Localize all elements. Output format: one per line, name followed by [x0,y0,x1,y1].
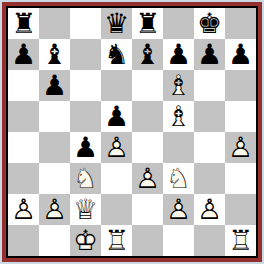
white-pawn-outline-glyph: ♙ [8,194,39,225]
square-f5[interactable]: ♝♗ [163,101,194,132]
black-bishop-b7: ♝ [39,39,70,70]
square-c6[interactable] [70,70,101,101]
black-pawn-glyph: ♟ [163,39,194,70]
black-king-g8: ♚ [194,8,225,39]
square-g5[interactable] [194,101,225,132]
square-a7[interactable]: ♟ [8,39,39,70]
white-pawn-outline-glyph: ♙ [194,194,225,225]
square-g7[interactable]: ♟ [194,39,225,70]
white-pawn-d4: ♟♙ [101,132,132,163]
black-pawn-glyph: ♟ [8,39,39,70]
square-a1[interactable] [8,225,39,256]
black-pawn-glyph: ♟ [225,39,256,70]
square-d1[interactable]: ♜♖ [101,225,132,256]
white-pawn-g2: ♟♙ [194,194,225,225]
square-c8[interactable] [70,8,101,39]
square-d5[interactable]: ♟ [101,101,132,132]
board-outer-edge: ♜♛♜♚♟♝♞♝♟♟♟♟♝♗♟♝♗♟♟♙♟♙♞♘♟♙♞♘♟♙♟♙♛♕♟♙♟♙♚♔… [0,0,264,264]
square-f7[interactable]: ♟ [163,39,194,70]
square-b4[interactable] [39,132,70,163]
black-pawn-d5: ♟ [101,101,132,132]
square-b3[interactable] [39,163,70,194]
white-rook-h1: ♜♖ [225,225,256,256]
square-b6[interactable]: ♟ [39,70,70,101]
square-a8[interactable]: ♜ [8,8,39,39]
square-c2[interactable]: ♛♕ [70,194,101,225]
white-pawn-h4: ♟♙ [225,132,256,163]
white-knight-outline-glyph: ♘ [70,163,101,194]
white-queen-c2: ♛♕ [70,194,101,225]
square-g3[interactable] [194,163,225,194]
square-b5[interactable] [39,101,70,132]
square-a3[interactable] [8,163,39,194]
white-bishop-outline-glyph: ♗ [163,101,194,132]
chess-board: ♜♛♜♚♟♝♞♝♟♟♟♟♝♗♟♝♗♟♟♙♟♙♞♘♟♙♞♘♟♙♟♙♛♕♟♙♟♙♚♔… [8,8,256,256]
black-knight-glyph: ♞ [101,39,132,70]
black-pawn-b6: ♟ [39,70,70,101]
square-e3[interactable]: ♟♙ [132,163,163,194]
black-king-glyph: ♚ [194,8,225,39]
black-queen-glyph: ♛ [101,8,132,39]
square-d6[interactable] [101,70,132,101]
square-a2[interactable]: ♟♙ [8,194,39,225]
square-a5[interactable] [8,101,39,132]
square-d7[interactable]: ♞ [101,39,132,70]
black-pawn-glyph: ♟ [39,70,70,101]
board-inner-border: ♜♛♜♚♟♝♞♝♟♟♟♟♝♗♟♝♗♟♟♙♟♙♞♘♟♙♞♘♟♙♟♙♛♕♟♙♟♙♚♔… [6,6,258,258]
white-queen-outline-glyph: ♕ [70,194,101,225]
square-h7[interactable]: ♟ [225,39,256,70]
square-c4[interactable]: ♟ [70,132,101,163]
square-h2[interactable] [225,194,256,225]
square-b7[interactable]: ♝ [39,39,70,70]
square-f1[interactable] [163,225,194,256]
white-bishop-f6: ♝♗ [163,70,194,101]
white-rook-outline-glyph: ♖ [101,225,132,256]
square-e1[interactable] [132,225,163,256]
black-rook-glyph: ♜ [132,8,163,39]
white-pawn-e3: ♟♙ [132,163,163,194]
black-bishop-glyph: ♝ [132,39,163,70]
square-f8[interactable] [163,8,194,39]
square-c5[interactable] [70,101,101,132]
white-knight-outline-glyph: ♘ [163,163,194,194]
square-d4[interactable]: ♟♙ [101,132,132,163]
black-pawn-glyph: ♟ [194,39,225,70]
white-pawn-outline-glyph: ♙ [163,194,194,225]
square-c3[interactable]: ♞♘ [70,163,101,194]
black-pawn-g7: ♟ [194,39,225,70]
square-g4[interactable] [194,132,225,163]
square-e4[interactable] [132,132,163,163]
black-rook-a8: ♜ [8,8,39,39]
black-queen-d8: ♛ [101,8,132,39]
white-king-c1: ♚♔ [70,225,101,256]
white-pawn-outline-glyph: ♙ [39,194,70,225]
square-h5[interactable] [225,101,256,132]
black-pawn-h7: ♟ [225,39,256,70]
square-h3[interactable] [225,163,256,194]
square-b8[interactable] [39,8,70,39]
square-d8[interactable]: ♛ [101,8,132,39]
white-pawn-b2: ♟♙ [39,194,70,225]
square-h4[interactable]: ♟♙ [225,132,256,163]
black-rook-e8: ♜ [132,8,163,39]
white-bishop-f5: ♝♗ [163,101,194,132]
black-bishop-glyph: ♝ [39,39,70,70]
white-knight-f3: ♞♘ [163,163,194,194]
black-rook-glyph: ♜ [8,8,39,39]
black-pawn-c4: ♟ [70,132,101,163]
square-g6[interactable] [194,70,225,101]
square-f4[interactable] [163,132,194,163]
square-e5[interactable] [132,101,163,132]
square-h6[interactable] [225,70,256,101]
black-pawn-glyph: ♟ [101,101,132,132]
square-a4[interactable] [8,132,39,163]
white-pawn-outline-glyph: ♙ [101,132,132,163]
square-b2[interactable]: ♟♙ [39,194,70,225]
square-f2[interactable]: ♟♙ [163,194,194,225]
square-a6[interactable] [8,70,39,101]
square-c7[interactable] [70,39,101,70]
white-pawn-outline-glyph: ♙ [132,163,163,194]
white-pawn-f2: ♟♙ [163,194,194,225]
square-d2[interactable] [101,194,132,225]
square-g8[interactable]: ♚ [194,8,225,39]
square-d3[interactable] [101,163,132,194]
square-e6[interactable] [132,70,163,101]
white-bishop-outline-glyph: ♗ [163,70,194,101]
black-pawn-f7: ♟ [163,39,194,70]
white-pawn-outline-glyph: ♙ [225,132,256,163]
white-king-outline-glyph: ♔ [70,225,101,256]
square-e7[interactable]: ♝ [132,39,163,70]
square-h8[interactable] [225,8,256,39]
white-rook-outline-glyph: ♖ [225,225,256,256]
white-pawn-a2: ♟♙ [8,194,39,225]
square-e2[interactable] [132,194,163,225]
square-b1[interactable] [39,225,70,256]
black-pawn-a7: ♟ [8,39,39,70]
black-bishop-e7: ♝ [132,39,163,70]
black-knight-d7: ♞ [101,39,132,70]
square-e8[interactable]: ♜ [132,8,163,39]
square-c1[interactable]: ♚♔ [70,225,101,256]
square-g2[interactable]: ♟♙ [194,194,225,225]
square-h1[interactable]: ♜♖ [225,225,256,256]
square-f3[interactable]: ♞♘ [163,163,194,194]
board-frame: ♜♛♜♚♟♝♞♝♟♟♟♟♝♗♟♝♗♟♟♙♟♙♞♘♟♙♞♘♟♙♟♙♛♕♟♙♟♙♚♔… [2,2,262,262]
white-knight-c3: ♞♘ [70,163,101,194]
square-f6[interactable]: ♝♗ [163,70,194,101]
square-g1[interactable] [194,225,225,256]
black-pawn-glyph: ♟ [70,132,101,163]
white-rook-d1: ♜♖ [101,225,132,256]
